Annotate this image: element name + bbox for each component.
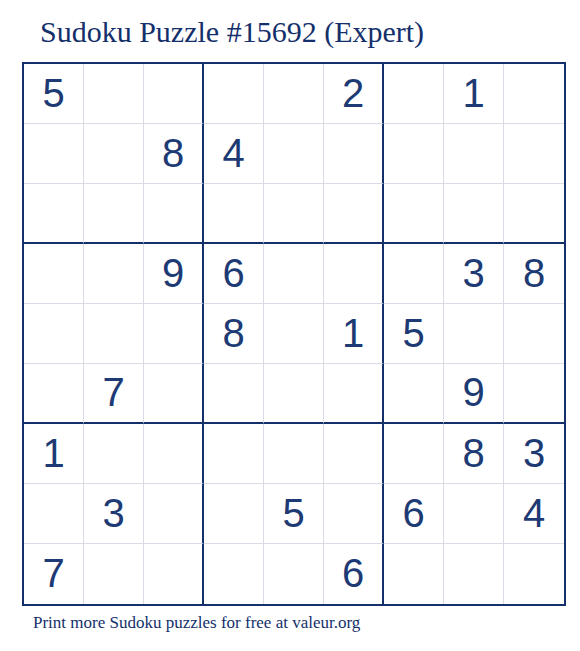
cell-r2c7 — [384, 124, 444, 184]
cell-r6c4 — [204, 364, 264, 424]
given-digit: 3 — [523, 433, 545, 473]
given-digit: 5 — [402, 313, 424, 353]
cell-r2c3: 8 — [144, 124, 204, 184]
given-digit: 9 — [462, 372, 484, 412]
cell-r7c9: 3 — [504, 424, 564, 484]
given-digit: 8 — [523, 253, 545, 293]
cell-r6c2: 7 — [84, 364, 144, 424]
given-digit: 3 — [462, 253, 484, 293]
given-digit: 8 — [222, 313, 244, 353]
cell-r5c5 — [264, 304, 324, 364]
cell-r8c5: 5 — [264, 484, 324, 544]
given-digit: 3 — [102, 493, 124, 533]
cell-r9c2 — [84, 544, 144, 604]
cell-r5c4: 8 — [204, 304, 264, 364]
cell-r7c5 — [264, 424, 324, 484]
cell-r1c3 — [144, 64, 204, 124]
cell-r3c3 — [144, 184, 204, 244]
given-digit: 1 — [42, 433, 64, 473]
given-digit: 8 — [462, 433, 484, 473]
cell-r8c8 — [444, 484, 504, 544]
cell-r7c2 — [84, 424, 144, 484]
cell-r6c5 — [264, 364, 324, 424]
sudoku-board: 52184963881579183356476 — [22, 62, 566, 606]
cell-r9c1: 7 — [24, 544, 84, 604]
cell-r3c1 — [24, 184, 84, 244]
cell-r2c1 — [24, 124, 84, 184]
cell-r4c3: 9 — [144, 244, 204, 304]
cell-r4c6 — [324, 244, 384, 304]
cell-r1c8: 1 — [444, 64, 504, 124]
cell-r9c4 — [204, 544, 264, 604]
cell-r7c7 — [384, 424, 444, 484]
cell-r8c9: 4 — [504, 484, 564, 544]
cell-r2c9 — [504, 124, 564, 184]
given-digit: 6 — [402, 493, 424, 533]
cell-r3c5 — [264, 184, 324, 244]
cell-r1c4 — [204, 64, 264, 124]
given-digit: 6 — [222, 253, 244, 293]
cell-r9c5 — [264, 544, 324, 604]
cell-r3c9 — [504, 184, 564, 244]
cell-r8c6 — [324, 484, 384, 544]
cell-r5c6: 1 — [324, 304, 384, 364]
cell-r5c7: 5 — [384, 304, 444, 364]
cell-r5c3 — [144, 304, 204, 364]
cell-r2c5 — [264, 124, 324, 184]
cell-r6c3 — [144, 364, 204, 424]
cell-r4c9: 8 — [504, 244, 564, 304]
cell-r1c2 — [84, 64, 144, 124]
cell-r2c6 — [324, 124, 384, 184]
cell-r2c2 — [84, 124, 144, 184]
cell-r7c6 — [324, 424, 384, 484]
given-digit: 6 — [342, 553, 364, 593]
cell-r5c1 — [24, 304, 84, 364]
cell-r8c3 — [144, 484, 204, 544]
cell-r8c7: 6 — [384, 484, 444, 544]
given-digit: 5 — [42, 73, 64, 113]
cell-r6c6 — [324, 364, 384, 424]
cell-r4c8: 3 — [444, 244, 504, 304]
cell-r5c9 — [504, 304, 564, 364]
cell-r5c2 — [84, 304, 144, 364]
cell-r6c8: 9 — [444, 364, 504, 424]
given-digit: 4 — [523, 493, 545, 533]
cell-r9c3 — [144, 544, 204, 604]
given-digit: 7 — [42, 553, 64, 593]
cell-r5c8 — [444, 304, 504, 364]
cell-r1c5 — [264, 64, 324, 124]
cell-r3c6 — [324, 184, 384, 244]
given-digit: 4 — [222, 133, 244, 173]
footer-text: Print more Sudoku puzzles for free at va… — [33, 613, 360, 633]
cell-r6c1 — [24, 364, 84, 424]
sudoku-page: Sudoku Puzzle #15692 (Expert) 5218496388… — [0, 0, 580, 651]
cell-r8c2: 3 — [84, 484, 144, 544]
given-digit: 8 — [162, 133, 184, 173]
cell-r7c1: 1 — [24, 424, 84, 484]
given-digit: 7 — [102, 372, 124, 412]
cell-r9c7 — [384, 544, 444, 604]
given-digit: 9 — [162, 253, 184, 293]
cell-r3c4 — [204, 184, 264, 244]
cell-r9c9 — [504, 544, 564, 604]
cell-r1c1: 5 — [24, 64, 84, 124]
cell-r3c8 — [444, 184, 504, 244]
given-digit: 1 — [462, 73, 484, 113]
cell-r4c4: 6 — [204, 244, 264, 304]
cell-r9c6: 6 — [324, 544, 384, 604]
cell-r8c1 — [24, 484, 84, 544]
cell-r1c7 — [384, 64, 444, 124]
cell-r8c4 — [204, 484, 264, 544]
given-digit: 2 — [342, 73, 364, 113]
cell-r4c7 — [384, 244, 444, 304]
given-digit: 1 — [342, 313, 364, 353]
cell-r4c2 — [84, 244, 144, 304]
cell-r6c7 — [384, 364, 444, 424]
cell-r6c9 — [504, 364, 564, 424]
cell-r3c7 — [384, 184, 444, 244]
cell-r1c9 — [504, 64, 564, 124]
cell-r7c3 — [144, 424, 204, 484]
cell-r9c8 — [444, 544, 504, 604]
cell-r4c1 — [24, 244, 84, 304]
cell-r1c6: 2 — [324, 64, 384, 124]
cell-r7c4 — [204, 424, 264, 484]
cell-r4c5 — [264, 244, 324, 304]
page-title: Sudoku Puzzle #15692 (Expert) — [40, 14, 424, 50]
cell-r2c8 — [444, 124, 504, 184]
cell-r2c4: 4 — [204, 124, 264, 184]
cell-r3c2 — [84, 184, 144, 244]
given-digit: 5 — [282, 493, 304, 533]
cell-r7c8: 8 — [444, 424, 504, 484]
